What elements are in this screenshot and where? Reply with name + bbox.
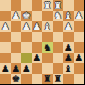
square-f1[interactable]: ♜ xyxy=(53,74,64,85)
square-a3[interactable] xyxy=(0,53,11,64)
black-knight[interactable]: ♞ xyxy=(43,42,52,52)
white-rook[interactable]: ♜ xyxy=(43,0,52,10)
square-d8[interactable] xyxy=(32,0,43,11)
square-c2[interactable]: ♟ xyxy=(21,63,32,74)
square-d2[interactable] xyxy=(32,63,43,74)
square-g8[interactable] xyxy=(63,0,74,11)
square-d3[interactable]: ♟ xyxy=(32,53,43,64)
square-c6[interactable]: ♟ xyxy=(21,21,32,32)
square-f7[interactable]: ♞ xyxy=(53,11,64,22)
black-pawn[interactable]: ♟ xyxy=(22,63,31,73)
square-e1[interactable]: ♜ xyxy=(42,74,53,85)
white-king[interactable]: ♚ xyxy=(22,11,31,21)
white-pawn[interactable]: ♟ xyxy=(32,21,41,31)
square-f2[interactable] xyxy=(53,63,64,74)
square-c4[interactable] xyxy=(21,42,32,53)
square-d1[interactable] xyxy=(32,74,43,85)
square-h7[interactable]: ♟ xyxy=(74,11,85,22)
square-c5[interactable] xyxy=(21,32,32,43)
black-pawn[interactable]: ♟ xyxy=(1,63,10,73)
black-rook[interactable]: ♜ xyxy=(43,74,52,84)
square-e4[interactable]: ♞ xyxy=(42,42,53,53)
white-pawn[interactable]: ♟ xyxy=(1,21,10,31)
black-rook[interactable]: ♜ xyxy=(53,74,62,84)
square-f4[interactable] xyxy=(53,42,64,53)
white-pawn[interactable]: ♟ xyxy=(11,11,20,21)
square-b5[interactable] xyxy=(11,32,22,43)
white-pawn[interactable]: ♟ xyxy=(64,21,73,31)
square-h2[interactable] xyxy=(74,63,85,74)
square-d7[interactable] xyxy=(32,11,43,22)
square-f6[interactable] xyxy=(53,21,64,32)
square-b1[interactable]: ♚ xyxy=(11,74,22,85)
white-pawn[interactable]: ♟ xyxy=(22,21,31,31)
square-b2[interactable]: ♟ xyxy=(11,63,22,74)
square-a8[interactable] xyxy=(0,0,11,11)
white-bishop[interactable]: ♝ xyxy=(43,21,52,31)
square-b6[interactable] xyxy=(11,21,22,32)
square-g3[interactable]: ♟ xyxy=(63,53,74,64)
square-d4[interactable] xyxy=(32,42,43,53)
square-a4[interactable] xyxy=(0,42,11,53)
black-pawn[interactable]: ♟ xyxy=(64,42,73,52)
square-h8[interactable] xyxy=(74,0,85,11)
black-pawn[interactable]: ♟ xyxy=(74,53,83,63)
white-pawn[interactable]: ♟ xyxy=(74,11,83,21)
square-h6[interactable] xyxy=(74,21,85,32)
square-d6[interactable]: ♟ xyxy=(32,21,43,32)
square-a7[interactable] xyxy=(0,11,11,22)
square-h4[interactable] xyxy=(74,42,85,53)
black-pawn[interactable]: ♟ xyxy=(11,63,20,73)
square-g2[interactable]: ♝ xyxy=(63,63,74,74)
square-g6[interactable]: ♟ xyxy=(63,21,74,32)
chess-board: ♜♜♟♚♞♝♟♟♟♟♝♟♞♟♟♟♟♟♟♟♝♚♜♜ xyxy=(0,0,84,84)
square-e3[interactable] xyxy=(42,53,53,64)
black-king[interactable]: ♚ xyxy=(11,74,20,84)
square-e6[interactable]: ♝ xyxy=(42,21,53,32)
square-e8[interactable]: ♜ xyxy=(42,0,53,11)
square-a2[interactable]: ♟ xyxy=(0,63,11,74)
square-e2[interactable] xyxy=(42,63,53,74)
square-g1[interactable] xyxy=(63,74,74,85)
white-rook[interactable]: ♜ xyxy=(53,0,62,10)
square-h5[interactable] xyxy=(74,32,85,43)
square-e5[interactable] xyxy=(42,32,53,43)
white-bishop[interactable]: ♝ xyxy=(64,11,73,21)
square-f5[interactable] xyxy=(53,32,64,43)
black-bishop[interactable]: ♝ xyxy=(64,63,73,73)
black-pawn[interactable]: ♟ xyxy=(32,53,41,63)
square-b3[interactable] xyxy=(11,53,22,64)
square-g4[interactable]: ♟ xyxy=(63,42,74,53)
square-g7[interactable]: ♝ xyxy=(63,11,74,22)
square-f3[interactable] xyxy=(53,53,64,64)
square-b7[interactable]: ♟ xyxy=(11,11,22,22)
square-c3[interactable] xyxy=(21,53,32,64)
square-c1[interactable] xyxy=(21,74,32,85)
square-h3[interactable]: ♟ xyxy=(74,53,85,64)
square-g5[interactable] xyxy=(63,32,74,43)
square-c8[interactable] xyxy=(21,0,32,11)
square-a1[interactable] xyxy=(0,74,11,85)
square-b8[interactable] xyxy=(11,0,22,11)
square-f8[interactable]: ♜ xyxy=(53,0,64,11)
black-pawn[interactable]: ♟ xyxy=(64,53,73,63)
square-e7[interactable] xyxy=(42,11,53,22)
white-knight[interactable]: ♞ xyxy=(53,11,62,21)
square-a6[interactable]: ♟ xyxy=(0,21,11,32)
square-a5[interactable] xyxy=(0,32,11,43)
square-d5[interactable] xyxy=(32,32,43,43)
square-b4[interactable] xyxy=(11,42,22,53)
square-h1[interactable] xyxy=(74,74,85,85)
square-c7[interactable]: ♚ xyxy=(21,11,32,22)
